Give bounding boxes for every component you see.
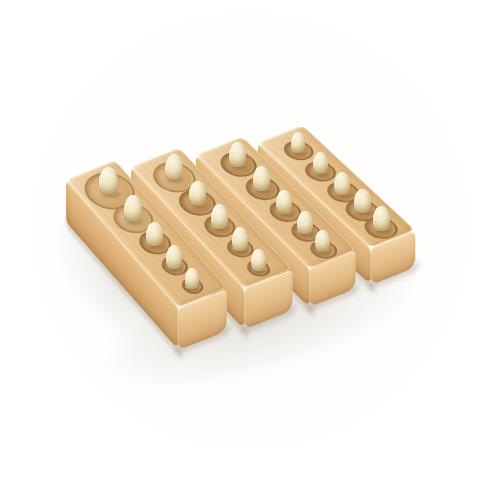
cylinder-knob [297, 211, 313, 234]
cylinder-knob [189, 181, 206, 206]
cylinder-knob [232, 227, 248, 250]
cylinder-knob [276, 190, 292, 213]
cylinder-knob [253, 166, 270, 191]
cylinder-knob [373, 206, 390, 231]
photo-stage [0, 0, 500, 500]
cylinder-knob [165, 154, 183, 180]
cylinder-knob [313, 152, 328, 174]
cylinder-knob [229, 142, 246, 167]
cylinder-knob [354, 189, 371, 214]
cylinder-knob [251, 249, 266, 271]
cylinder-knob [291, 132, 305, 152]
cylinder-knob [124, 195, 142, 221]
cylinder-knob [315, 230, 330, 252]
cylinder-knob [211, 204, 228, 229]
cylinder-knob [185, 268, 199, 288]
cylinder-knob [166, 245, 182, 268]
cylinder-knob [146, 222, 163, 247]
